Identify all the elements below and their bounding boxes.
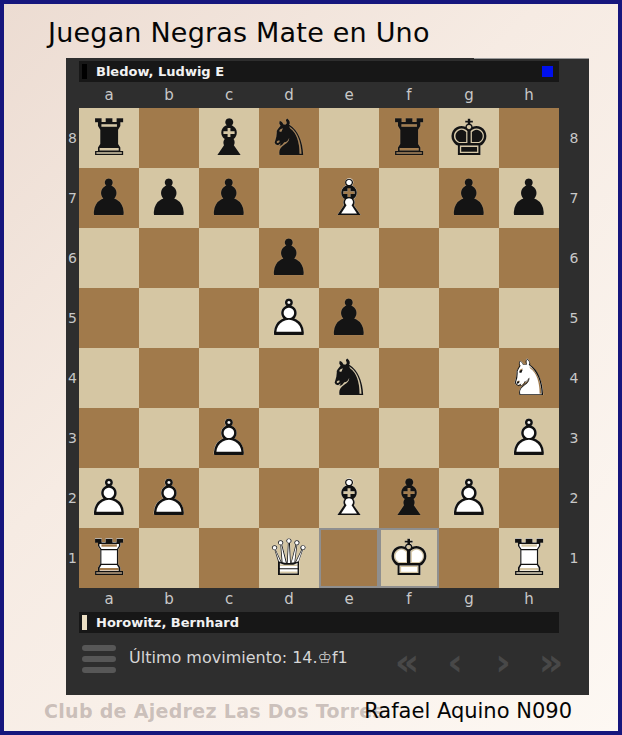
square-h4[interactable]: ♞♘ (499, 348, 559, 408)
turn-indicator (542, 66, 553, 77)
black-rook-piece: ♜ (379, 108, 439, 168)
file-label-a: a (79, 84, 139, 106)
white-pawn-piece: ♟♙ (199, 408, 259, 468)
square-h5[interactable] (499, 288, 559, 348)
club-watermark: Club de Ajedrez Las Dos Torres (44, 700, 384, 722)
square-h6[interactable] (499, 228, 559, 288)
prev-move-button[interactable]: ‹ (438, 636, 472, 688)
square-e3[interactable] (319, 408, 379, 468)
black-pawn-piece: ♟ (319, 288, 379, 348)
square-f2[interactable]: ♝ (379, 468, 439, 528)
file-label-d: d (259, 84, 319, 106)
player-bar-black: Bledow, Ludwig E (79, 61, 559, 82)
rank-label-7: 7 (559, 168, 589, 228)
square-d7[interactable] (259, 168, 319, 228)
player-bar-white: Horowitz, Bernhard (79, 612, 559, 633)
panel-top-highlight-line (474, 58, 589, 59)
square-h1[interactable]: ♜♖ (499, 528, 559, 588)
black-bishop-piece: ♝ (379, 468, 439, 528)
square-d8[interactable]: ♞ (259, 108, 319, 168)
square-g1[interactable] (439, 528, 499, 588)
square-c4[interactable] (199, 348, 259, 408)
black-pawn-piece: ♟ (139, 168, 199, 228)
square-c8[interactable]: ♝ (199, 108, 259, 168)
square-c3[interactable]: ♟♙ (199, 408, 259, 468)
rank-label-6: 6 (559, 228, 589, 288)
square-e5[interactable]: ♟ (319, 288, 379, 348)
square-a2[interactable]: ♟♙ (79, 468, 139, 528)
file-label-h: h (499, 588, 559, 610)
white-queen-piece: ♛♕ (259, 528, 319, 588)
file-label-f: f (379, 84, 439, 106)
square-f4[interactable] (379, 348, 439, 408)
square-h7[interactable]: ♟ (499, 168, 559, 228)
square-h2[interactable] (499, 468, 559, 528)
square-a6[interactable] (79, 228, 139, 288)
square-d5[interactable]: ♟♙ (259, 288, 319, 348)
square-f6[interactable] (379, 228, 439, 288)
square-g3[interactable] (439, 408, 499, 468)
white-pawn-piece: ♟♙ (139, 468, 199, 528)
square-b7[interactable]: ♟ (139, 168, 199, 228)
square-f7[interactable] (379, 168, 439, 228)
last-move-button[interactable]: » (534, 636, 568, 688)
square-g5[interactable] (439, 288, 499, 348)
file-label-e: e (319, 588, 379, 610)
white-bishop-piece: ♝♗ (319, 168, 379, 228)
square-a3[interactable] (79, 408, 139, 468)
square-a1[interactable]: ♜♖ (79, 528, 139, 588)
file-label-a: a (79, 588, 139, 610)
white-knight-piece: ♞♘ (499, 348, 559, 408)
square-b1[interactable] (139, 528, 199, 588)
square-d3[interactable] (259, 408, 319, 468)
black-king-piece: ♚ (439, 108, 499, 168)
square-e8[interactable] (319, 108, 379, 168)
square-b3[interactable] (139, 408, 199, 468)
rank-label-5: 5 (66, 288, 79, 348)
move-bar: Último movimiento: 14.♔f1 « ‹ › » (79, 640, 576, 690)
rank-label-1: 1 (559, 528, 589, 588)
page-title: Juegan Negras Mate en Uno (48, 17, 430, 48)
square-g2[interactable]: ♟♙ (439, 468, 499, 528)
author-credit: Rafael Aquino N090 (364, 699, 572, 723)
black-player-name: Bledow, Ludwig E (96, 64, 542, 79)
rank-label-5: 5 (559, 288, 589, 348)
file-label-e: e (319, 84, 379, 106)
file-label-d: d (259, 588, 319, 610)
white-bishop-piece: ♝♗ (319, 468, 379, 528)
file-label-f: f (379, 588, 439, 610)
square-b2[interactable]: ♟♙ (139, 468, 199, 528)
black-pawn-piece: ♟ (199, 168, 259, 228)
file-label-b: b (139, 588, 199, 610)
square-g8[interactable]: ♚ (439, 108, 499, 168)
square-c6[interactable] (199, 228, 259, 288)
square-d2[interactable] (259, 468, 319, 528)
rank-label-8: 8 (559, 108, 589, 168)
file-label-g: g (439, 84, 499, 106)
black-rook-piece: ♜ (79, 108, 139, 168)
white-king-piece: ♚♔ (379, 528, 439, 588)
square-e1[interactable] (319, 528, 379, 588)
square-a5[interactable] (79, 288, 139, 348)
rank-labels-right: 87654321 (559, 108, 589, 588)
square-b4[interactable] (139, 348, 199, 408)
square-b5[interactable] (139, 288, 199, 348)
square-e4[interactable]: ♞ (319, 348, 379, 408)
square-a4[interactable] (79, 348, 139, 408)
rank-label-6: 6 (66, 228, 79, 288)
square-a7[interactable]: ♟ (79, 168, 139, 228)
square-g6[interactable] (439, 228, 499, 288)
square-a8[interactable]: ♜ (79, 108, 139, 168)
file-labels-top: abcdefgh (79, 84, 559, 106)
first-move-button[interactable]: « (390, 636, 424, 688)
rank-label-8: 8 (66, 108, 79, 168)
chess-panel: Bledow, Ludwig E abcdefgh 87654321 ♜♝♞♜♚… (66, 58, 589, 695)
next-move-button[interactable]: › (486, 636, 520, 688)
white-pawn-piece: ♟♙ (79, 468, 139, 528)
square-g4[interactable] (439, 348, 499, 408)
black-knight-piece: ♞ (319, 348, 379, 408)
black-pawn-piece: ♟ (79, 168, 139, 228)
chess-board: ♜♝♞♜♚♟♟♟♝♗♟♟♟♟♙♟♞♞♘♟♙♟♙♟♙♟♙♝♗♝♟♙♜♖♛♕♚♔♜♖ (79, 108, 559, 588)
rank-labels-left: 87654321 (66, 108, 79, 588)
square-e6[interactable] (319, 228, 379, 288)
square-h8[interactable] (499, 108, 559, 168)
black-knight-piece: ♞ (259, 108, 319, 168)
menu-icon[interactable] (82, 645, 116, 678)
page-background: Juegan Negras Mate en Uno Bledow, Ludwig… (0, 0, 622, 735)
rank-label-7: 7 (66, 168, 79, 228)
square-f1[interactable]: ♚♔ (379, 528, 439, 588)
move-navigation: « ‹ › » (390, 636, 568, 688)
white-side-indicator (82, 615, 87, 630)
black-side-indicator (82, 64, 87, 79)
square-d1[interactable]: ♛♕ (259, 528, 319, 588)
square-f3[interactable] (379, 408, 439, 468)
rank-label-1: 1 (66, 528, 79, 588)
rank-label-4: 4 (559, 348, 589, 408)
square-c2[interactable] (199, 468, 259, 528)
white-pawn-piece: ♟♙ (499, 408, 559, 468)
white-rook-piece: ♜♖ (79, 528, 139, 588)
rank-label-3: 3 (559, 408, 589, 468)
black-pawn-piece: ♟ (499, 168, 559, 228)
rank-label-2: 2 (66, 468, 79, 528)
file-label-g: g (439, 588, 499, 610)
square-b6[interactable] (139, 228, 199, 288)
square-f8[interactable]: ♜ (379, 108, 439, 168)
black-pawn-piece: ♟ (259, 228, 319, 288)
white-pawn-piece: ♟♙ (439, 468, 499, 528)
white-player-name: Horowitz, Bernhard (96, 615, 559, 630)
square-b8[interactable] (139, 108, 199, 168)
square-c1[interactable] (199, 528, 259, 588)
file-labels-bottom: abcdefgh (79, 588, 559, 610)
white-rook-piece: ♜♖ (499, 528, 559, 588)
square-f5[interactable] (379, 288, 439, 348)
square-e2[interactable]: ♝♗ (319, 468, 379, 528)
square-d4[interactable] (259, 348, 319, 408)
rank-label-4: 4 (66, 348, 79, 408)
square-d6[interactable]: ♟ (259, 228, 319, 288)
square-e7[interactable]: ♝♗ (319, 168, 379, 228)
file-label-b: b (139, 84, 199, 106)
white-pawn-piece: ♟♙ (259, 288, 319, 348)
square-c5[interactable] (199, 288, 259, 348)
rank-label-2: 2 (559, 468, 589, 528)
black-bishop-piece: ♝ (199, 108, 259, 168)
last-move-label: Último movimiento: 14.♔f1 (129, 648, 348, 667)
file-label-h: h (499, 84, 559, 106)
file-label-c: c (199, 588, 259, 610)
square-h3[interactable]: ♟♙ (499, 408, 559, 468)
rank-label-3: 3 (66, 408, 79, 468)
file-label-c: c (199, 84, 259, 106)
square-g7[interactable]: ♟ (439, 168, 499, 228)
square-c7[interactable]: ♟ (199, 168, 259, 228)
black-pawn-piece: ♟ (439, 168, 499, 228)
